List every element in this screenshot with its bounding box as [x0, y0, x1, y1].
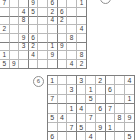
- top-left-puzzle-cell-r7c5: [38, 43, 48, 52]
- top-left-puzzle-cell-r5c1: 2: [0, 25, 10, 34]
- top-left-puzzle-cell-r5c4: [29, 25, 39, 34]
- top-left-puzzle-cell-r9c1: 5: [0, 60, 10, 69]
- bottom-right-puzzle-cell-r1c6: 2: [96, 76, 106, 85]
- bottom-right-puzzle-cell-r6c5: [86, 123, 96, 132]
- bottom-right-puzzle-cell-r7c8: [115, 132, 125, 140]
- top-left-puzzle-cell-r4c4: [29, 17, 39, 26]
- top-left-puzzle-cell-r9c7: [58, 60, 68, 69]
- top-left-puzzle-cell-r2c9: 1: [77, 0, 87, 8]
- top-left-puzzle-cell-r4c6: 4: [48, 17, 58, 26]
- top-left-puzzle-cell-r3c9: [77, 8, 87, 17]
- bottom-right-puzzle-cell-r4c6: 6: [96, 104, 106, 113]
- bottom-right-puzzle-cell-r5c8: 8: [115, 114, 125, 123]
- bottom-right-puzzle-cell-r2c3: 3: [67, 85, 77, 94]
- top-left-puzzle-cell-r4c8: [67, 17, 77, 26]
- bottom-right-puzzle-cell-r6c2: [58, 123, 68, 132]
- top-left-puzzle-cell-r8c3: [19, 51, 29, 60]
- puzzle-number-badge-bottom: 6: [33, 76, 44, 87]
- top-left-puzzle-cell-r9c6: [48, 60, 58, 69]
- bottom-right-puzzle-cell-r3c3: [67, 95, 77, 104]
- bottom-right-puzzle-cell-r5c5: 7: [86, 114, 96, 123]
- top-left-puzzle-cell-r6c1: [0, 34, 10, 43]
- top-left-puzzle-cell-r6c9: [77, 34, 87, 43]
- bottom-right-puzzle-cell-r4c4: 4: [77, 104, 87, 113]
- bottom-right-puzzle-cell-r6c6: 9: [96, 123, 106, 132]
- top-left-puzzle-cell-r9c3: [19, 60, 29, 69]
- top-left-puzzle-cell-r6c5: [38, 34, 48, 43]
- top-left-puzzle-cell-r3c2: [10, 8, 20, 17]
- bottom-right-puzzle-cell-r3c4: [77, 95, 87, 104]
- bottom-right-puzzle-cell-r7c1: 6: [48, 132, 58, 140]
- bottom-right-puzzle-cell-r4c2: [58, 104, 68, 113]
- top-left-puzzle-cell-r2c5: [38, 0, 48, 8]
- bottom-right-puzzle-cell-r7c5: 4: [86, 132, 96, 140]
- bottom-right-puzzle-cell-r3c1: 7: [48, 95, 58, 104]
- bottom-right-puzzle-cell-r2c4: [77, 85, 87, 94]
- top-left-puzzle-cell-r8c5: [38, 51, 48, 60]
- bottom-right-puzzle-cell-r4c8: [115, 104, 125, 113]
- top-left-puzzle-cell-r7c1: [0, 43, 10, 52]
- bottom-right-puzzle-cell-r3c8: [115, 95, 125, 104]
- top-left-puzzle-cell-r9c5: [38, 60, 48, 69]
- top-left-puzzle-cell-r4c2: [10, 17, 20, 26]
- bottom-right-puzzle-cell-r2c2: [58, 85, 68, 94]
- bottom-right-puzzle-cell-r4c3: 1: [67, 104, 77, 113]
- bottom-right-puzzle-cell-r1c4: 3: [77, 76, 87, 85]
- bottom-right-puzzle-cell-r7c3: [67, 132, 77, 140]
- bottom-right-puzzle-cell-r5c3: [67, 114, 77, 123]
- top-left-puzzle-cell-r7c3: 3: [19, 43, 29, 52]
- bottom-right-puzzle-cell-r3c7: [106, 95, 116, 104]
- sudoku-grid-bottom: 13243167511467547897591645: [47, 75, 135, 140]
- top-left-puzzle-cell-r8c8: [67, 51, 77, 60]
- top-left-puzzle-cell-r5c9: 4: [77, 25, 87, 34]
- top-left-puzzle-cell-r9c8: 4: [67, 60, 77, 69]
- bottom-right-puzzle-cell-r7c2: [58, 132, 68, 140]
- bottom-right-puzzle-cell-r2c6: [96, 85, 106, 94]
- bottom-right-puzzle-cell-r6c3: 7: [67, 123, 77, 132]
- bottom-right-puzzle-cell-r2c9: [125, 85, 135, 94]
- bottom-right-puzzle-cell-r7c7: [106, 132, 116, 140]
- top-left-puzzle-cell-r9c4: [29, 60, 39, 69]
- bottom-right-puzzle-cell-r5c6: [96, 114, 106, 123]
- bottom-right-puzzle-cell-r5c2: 4: [58, 114, 68, 123]
- bottom-right-puzzle-cell-r1c8: [115, 76, 125, 85]
- top-left-puzzle-cell-r5c5: [38, 25, 48, 34]
- top-left-puzzle-cell-r3c8: [67, 8, 77, 17]
- bottom-right-puzzle-cell-r4c1: [48, 104, 58, 113]
- top-left-puzzle-cell-r8c1: 1: [0, 51, 10, 60]
- bottom-right-puzzle-cell-r2c1: [48, 85, 58, 94]
- bottom-right-puzzle-cell-r1c2: [58, 76, 68, 85]
- bottom-right-puzzle-cell-r6c7: 1: [106, 123, 116, 132]
- top-left-puzzle-cell-r2c8: [67, 0, 77, 8]
- top-left-puzzle-cell-r8c4: 4: [29, 51, 39, 60]
- bottom-right-puzzle-cell-r4c9: [125, 104, 135, 113]
- top-left-puzzle-cell-r2c1: 7: [0, 0, 10, 8]
- puzzle-number-badge-top: [100, 0, 111, 4]
- top-left-puzzle-cell-r5c3: [19, 25, 29, 34]
- top-left-puzzle-cell-r6c8: 8: [67, 34, 77, 43]
- bottom-right-puzzle-cell-r7c6: [96, 132, 106, 140]
- bottom-right-puzzle-cell-r4c5: [86, 104, 96, 113]
- top-left-puzzle-cell-r5c6: [48, 25, 58, 34]
- top-left-puzzle-cell-r2c2: [10, 0, 20, 8]
- top-left-puzzle-cell-r5c2: [10, 25, 20, 34]
- bottom-right-puzzle-cell-r3c9: 1: [125, 95, 135, 104]
- bottom-right-puzzle-cell-r1c1: 1: [48, 76, 58, 85]
- bottom-right-puzzle-cell-r2c5: 1: [86, 85, 96, 94]
- bottom-right-puzzle-cell-r6c1: [48, 123, 58, 132]
- top-left-puzzle-cell-r3c5: [38, 8, 48, 17]
- bottom-right-puzzle-cell-r2c8: [115, 85, 125, 94]
- bottom-right-puzzle-cell-r2c7: 6: [106, 85, 116, 94]
- bottom-right-puzzle-cell-r6c9: [125, 123, 135, 132]
- top-left-puzzle-cell-r3c1: [0, 8, 10, 17]
- top-left-puzzle-cell-r8c2: [10, 51, 20, 60]
- top-left-puzzle-cell-r9c9: 2: [77, 60, 87, 69]
- top-left-puzzle-cell-r8c7: [58, 51, 68, 60]
- bottom-right-puzzle-cell-r7c4: [77, 132, 87, 140]
- top-left-puzzle-cell-r3c4: 5: [29, 8, 39, 17]
- bottom-right-puzzle-cell-r6c8: [115, 123, 125, 132]
- bottom-right-puzzle-cell-r1c9: 4: [125, 76, 135, 85]
- bottom-right-puzzle-cell-r1c3: [67, 76, 77, 85]
- bottom-right-puzzle-cell-r4c7: 7: [106, 104, 116, 113]
- bottom-right-puzzle-cell-r7c9: 5: [125, 132, 135, 140]
- top-left-puzzle-cell-r4c3: 8: [19, 17, 29, 26]
- puzzle-number-bottom: 6: [37, 78, 40, 84]
- sudoku-grid-top: 7961452684224968321914985942: [0, 0, 87, 69]
- top-left-puzzle-cell-r2c4: 9: [29, 0, 39, 8]
- top-left-puzzle-cell-r7c6: 1: [48, 43, 58, 52]
- top-left-puzzle-cell-r7c4: 2: [29, 43, 39, 52]
- bottom-right-puzzle-cell-r3c6: [96, 95, 106, 104]
- top-left-puzzle-cell-r7c8: [67, 43, 77, 52]
- top-left-puzzle-cell-r9c2: 9: [10, 60, 20, 69]
- bottom-right-puzzle-cell-r3c5: 5: [86, 95, 96, 104]
- top-left-puzzle-cell-r2c6: 6: [48, 0, 58, 8]
- top-left-puzzle-cell-r7c2: [10, 43, 20, 52]
- bottom-right-puzzle-cell-r1c5: [86, 76, 96, 85]
- bottom-right-puzzle-cell-r5c4: [77, 114, 87, 123]
- top-left-puzzle-cell-r7c9: [77, 43, 87, 52]
- top-left-puzzle-cell-r4c7: 2: [58, 17, 68, 26]
- top-left-puzzle-cell-r8c9: 8: [77, 51, 87, 60]
- top-left-puzzle-cell-r5c8: [67, 25, 77, 34]
- bottom-right-puzzle-cell-r6c4: 5: [77, 123, 87, 132]
- top-left-puzzle-cell-r2c7: [58, 0, 68, 8]
- top-left-puzzle-cell-r7c7: 9: [58, 43, 68, 52]
- bottom-right-puzzle-cell-r5c1: 5: [48, 114, 58, 123]
- top-left-puzzle-cell-r4c5: [38, 17, 48, 26]
- bottom-right-puzzle-cell-r5c7: [106, 114, 116, 123]
- puzzle-page: 7961452684224968321914985942 6 132431675…: [0, 0, 140, 140]
- top-left-puzzle-cell-r6c2: [10, 34, 20, 43]
- bottom-right-puzzle-cell-r5c9: 9: [125, 114, 135, 123]
- bottom-right-puzzle-cell-r3c2: [58, 95, 68, 104]
- top-left-puzzle-cell-r8c6: 9: [48, 51, 58, 60]
- top-left-puzzle-cell-r5c7: [58, 25, 68, 34]
- bottom-right-puzzle-cell-r1c7: [106, 76, 116, 85]
- top-left-puzzle-cell-r2c3: [19, 0, 29, 8]
